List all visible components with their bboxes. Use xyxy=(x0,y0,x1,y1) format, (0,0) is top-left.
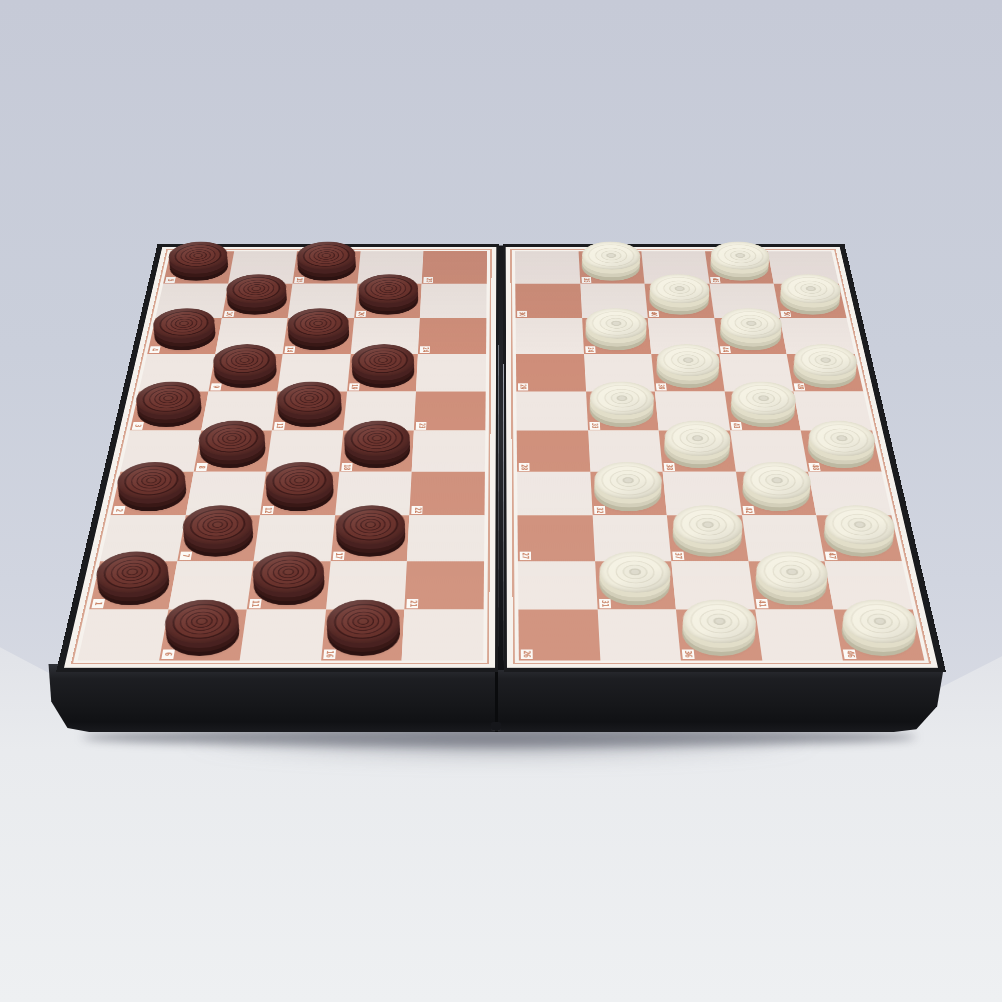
square-19[interactable]: 19 xyxy=(347,354,418,391)
square-22[interactable]: 22 xyxy=(410,472,485,515)
square-43[interactable]: 43 xyxy=(724,391,801,430)
dark-piece-square-15[interactable] xyxy=(296,254,357,282)
square-number-label: 26 xyxy=(521,649,533,659)
square-number-label: 24 xyxy=(420,346,430,353)
square-45[interactable]: 45 xyxy=(705,251,774,284)
square-number-label: 17 xyxy=(332,551,344,560)
square-number-label: 29 xyxy=(518,383,528,390)
square-number-label: 28 xyxy=(519,463,530,471)
square-number-label: 22 xyxy=(412,506,423,514)
dark-piece-square-11[interactable] xyxy=(251,564,326,605)
dark-piece-square-1[interactable] xyxy=(94,564,173,605)
square-number-label: 50 xyxy=(781,311,792,317)
square-29[interactable]: 29 xyxy=(516,354,586,391)
square-32[interactable]: 32 xyxy=(590,472,667,515)
square-number-label: 39 xyxy=(656,383,667,390)
square-50[interactable]: 50 xyxy=(774,284,846,318)
square-number-label: 18 xyxy=(341,463,352,471)
light-square xyxy=(412,431,485,472)
square-12[interactable]: 12 xyxy=(260,472,339,515)
light-square xyxy=(755,609,843,660)
square-number-label: 31 xyxy=(599,599,611,608)
square-15[interactable]: 15 xyxy=(293,251,361,284)
dark-piece-square-8[interactable] xyxy=(197,433,268,468)
square-number-label: 44 xyxy=(720,346,731,353)
checker-grid-right: 3545304050344429394933432838483242273747… xyxy=(515,251,924,660)
square-9[interactable]: 9 xyxy=(208,354,283,391)
square-number-label: 30 xyxy=(517,311,527,317)
square-40[interactable]: 40 xyxy=(645,284,715,318)
square-number-label: 47 xyxy=(825,551,838,560)
square-number-label: 15 xyxy=(294,277,304,283)
dark-piece-square-18[interactable] xyxy=(343,433,411,468)
square-number-label: 10 xyxy=(223,311,234,317)
square-42[interactable]: 42 xyxy=(736,472,817,515)
square-number-label: 36 xyxy=(682,649,695,659)
square-35[interactable]: 35 xyxy=(578,251,644,284)
square-number-label: 48 xyxy=(809,463,821,471)
piece-top-face xyxy=(582,242,642,270)
dark-piece-square-5[interactable] xyxy=(167,254,231,282)
square-6[interactable]: 6 xyxy=(159,609,247,660)
light-square xyxy=(518,561,597,609)
square-7[interactable]: 7 xyxy=(177,515,260,561)
square-number-label: 49 xyxy=(794,383,806,390)
square-13[interactable]: 13 xyxy=(272,391,347,430)
dark-piece-square-4[interactable] xyxy=(151,321,218,352)
square-number-label: 13 xyxy=(274,422,285,429)
light-square xyxy=(516,391,587,430)
square-number-label: 43 xyxy=(731,422,742,429)
square-number-label: 33 xyxy=(589,422,600,429)
square-number-label: 20 xyxy=(356,311,366,317)
square-36[interactable]: 36 xyxy=(676,609,762,660)
square-number-label: 37 xyxy=(672,551,684,560)
dark-piece-square-12[interactable] xyxy=(264,475,335,512)
case-front-side xyxy=(44,664,948,732)
draughts-board: 5152510204142491931323818212227171112161… xyxy=(56,244,946,672)
square-number-label: 27 xyxy=(520,551,531,560)
square-number-label: 1 xyxy=(91,599,105,608)
checker-grid-left: 5152510204142491931323818212227171112161… xyxy=(78,251,487,660)
square-47[interactable]: 47 xyxy=(817,515,902,561)
dark-piece-square-9[interactable] xyxy=(212,356,279,388)
board-plane: 5152510204142491931323818212227171112161… xyxy=(56,244,946,672)
square-number-label: 35 xyxy=(581,277,591,283)
light-square xyxy=(420,284,487,318)
square-33[interactable]: 33 xyxy=(586,391,659,430)
square-14[interactable]: 14 xyxy=(283,318,354,354)
square-8[interactable]: 8 xyxy=(193,431,272,472)
square-number-label: 38 xyxy=(664,463,675,471)
square-37[interactable]: 37 xyxy=(667,515,748,561)
square-38[interactable]: 38 xyxy=(659,431,736,472)
square-number-label: 34 xyxy=(585,346,595,353)
square-number-label: 32 xyxy=(594,506,605,514)
square-number-label: 42 xyxy=(742,506,754,514)
square-number-label: 40 xyxy=(649,311,659,317)
dark-piece-square-16[interactable] xyxy=(325,613,401,657)
square-26[interactable]: 26 xyxy=(518,609,600,660)
square-number-label: 21 xyxy=(407,599,419,608)
dark-piece-square-20[interactable] xyxy=(357,286,419,315)
square-46[interactable]: 46 xyxy=(834,609,924,660)
piece-top-face xyxy=(585,308,648,339)
dark-piece-square-2[interactable] xyxy=(115,475,190,512)
light-square xyxy=(407,515,484,561)
latch-notch xyxy=(491,722,501,730)
square-1[interactable]: 1 xyxy=(89,561,177,609)
square-3[interactable]: 3 xyxy=(130,391,208,430)
square-27[interactable]: 27 xyxy=(517,515,594,561)
square-number-label: 46 xyxy=(843,649,857,659)
square-25[interactable]: 25 xyxy=(422,251,487,284)
square-2[interactable]: 2 xyxy=(111,472,194,515)
light-square xyxy=(516,318,584,354)
square-34[interactable]: 34 xyxy=(582,318,652,354)
square-number-label: 45 xyxy=(710,277,720,283)
square-10[interactable]: 10 xyxy=(222,284,293,318)
dark-piece-square-19[interactable] xyxy=(350,356,415,388)
square-number-label: 6 xyxy=(161,649,175,659)
square-16[interactable]: 16 xyxy=(321,609,405,660)
dark-piece-square-14[interactable] xyxy=(286,321,350,352)
square-30[interactable]: 30 xyxy=(515,284,582,318)
square-21[interactable]: 21 xyxy=(405,561,484,609)
light-square xyxy=(515,251,580,284)
square-48[interactable]: 48 xyxy=(801,431,881,472)
square-number-label: 11 xyxy=(249,599,262,608)
square-23[interactable]: 23 xyxy=(414,391,485,430)
product-photo-scene: 5152510204142491931323818212227171112161… xyxy=(0,0,1002,1002)
light-square xyxy=(240,609,326,660)
light-square xyxy=(517,472,592,515)
square-number-label: 41 xyxy=(756,599,769,608)
dark-piece-square-17[interactable] xyxy=(334,519,406,558)
square-18[interactable]: 18 xyxy=(339,431,414,472)
square-44[interactable]: 44 xyxy=(714,318,787,354)
square-28[interactable]: 28 xyxy=(517,431,590,472)
piece-top-face xyxy=(589,382,655,416)
dark-piece-square-13[interactable] xyxy=(276,394,344,428)
square-31[interactable]: 31 xyxy=(595,561,676,609)
square-24[interactable]: 24 xyxy=(418,318,486,354)
square-20[interactable]: 20 xyxy=(354,284,422,318)
dark-piece-square-7[interactable] xyxy=(181,519,256,558)
board-right-half: 3545304050344429394933432838483242273747… xyxy=(503,244,946,672)
square-number-label: 16 xyxy=(323,649,336,659)
square-number-label: 23 xyxy=(416,422,427,429)
square-number-label: 12 xyxy=(262,506,274,514)
square-11[interactable]: 11 xyxy=(247,561,331,609)
square-49[interactable]: 49 xyxy=(787,354,863,391)
square-number-label: 19 xyxy=(349,383,360,390)
board-left-half: 5152510204142491931323818212227171112161… xyxy=(56,244,499,672)
square-17[interactable]: 17 xyxy=(331,515,410,561)
square-number-label: 14 xyxy=(285,346,296,353)
square-4[interactable]: 4 xyxy=(147,318,221,354)
square-number-label: 25 xyxy=(424,277,434,283)
square-39[interactable]: 39 xyxy=(651,354,724,391)
square-41[interactable]: 41 xyxy=(748,561,834,609)
square-5[interactable]: 5 xyxy=(163,251,234,284)
light-square xyxy=(416,354,486,391)
dark-piece-square-10[interactable] xyxy=(225,286,289,315)
light-square xyxy=(402,609,484,660)
light-square xyxy=(597,609,681,660)
light-square xyxy=(78,609,168,660)
dark-piece-square-3[interactable] xyxy=(134,394,205,428)
dark-piece-square-6[interactable] xyxy=(163,613,243,657)
